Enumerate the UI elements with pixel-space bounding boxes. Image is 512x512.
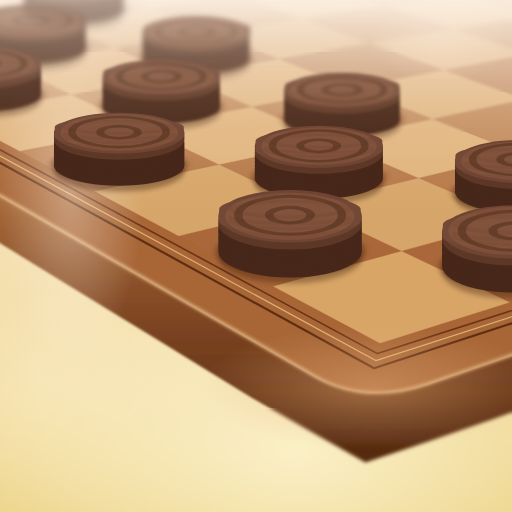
pieces-layer: ●●⛂◎●●●⛂◎●●●⛂◎●●●⛂◎●●●⛂◎●●●⛂◎●●●⛂◎●●●⛂◎●… <box>0 0 512 512</box>
checkers-app-icon: Wooden checkers (draughts) board — low-a… <box>0 0 512 512</box>
